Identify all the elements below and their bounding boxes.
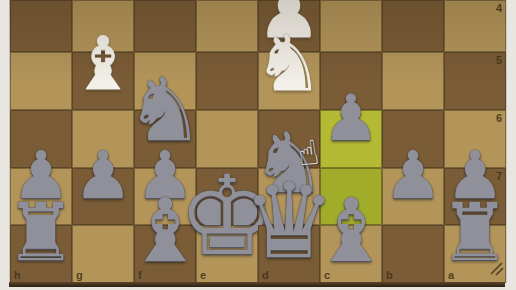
square-c4[interactable] <box>320 0 382 52</box>
square-b4[interactable] <box>382 0 444 52</box>
black-pawn-c6[interactable]: ♟ <box>322 86 379 150</box>
black-rook-h8[interactable]: ♜ <box>9 193 77 273</box>
square-d5[interactable]: ♞ <box>258 52 320 110</box>
square-c8[interactable]: c ♝ <box>320 225 382 283</box>
rank-label-6: 6 <box>496 112 502 124</box>
window-resize-handle-icon[interactable] <box>489 261 505 277</box>
square-b7[interactable]: ♟ <box>382 168 444 226</box>
square-f4[interactable] <box>134 0 196 52</box>
square-h4[interactable] <box>10 0 72 52</box>
rank-label-5: 5 <box>496 54 502 66</box>
square-h5[interactable] <box>10 52 72 110</box>
file-label-g: g <box>76 269 83 281</box>
black-pawn-g7[interactable]: ♟ <box>73 143 132 209</box>
app-window: ♟ 4 ♝ ♞ 5 ♞ ♟ 6 <box>0 0 516 290</box>
square-b8[interactable]: b <box>382 225 444 283</box>
black-pawn-b7[interactable]: ♟ <box>383 143 442 209</box>
rank-label-4: 4 <box>496 2 502 14</box>
square-a4[interactable]: 4 <box>444 0 506 52</box>
file-label-b: b <box>386 269 393 281</box>
black-bishop-c8[interactable]: ♝ <box>312 187 391 275</box>
board-front-edge <box>9 282 505 287</box>
square-a5[interactable]: 5 <box>444 52 506 110</box>
square-c6-highlighted[interactable]: ♟ <box>320 110 382 168</box>
chess-board[interactable]: ♟ 4 ♝ ♞ 5 ♞ ♟ 6 <box>9 0 507 283</box>
square-e5[interactable] <box>196 52 258 110</box>
white-knight-d5[interactable]: ♞ <box>254 24 324 102</box>
square-h8[interactable]: h ♜ <box>10 225 72 283</box>
square-b5[interactable] <box>382 52 444 110</box>
square-e4[interactable] <box>196 0 258 52</box>
